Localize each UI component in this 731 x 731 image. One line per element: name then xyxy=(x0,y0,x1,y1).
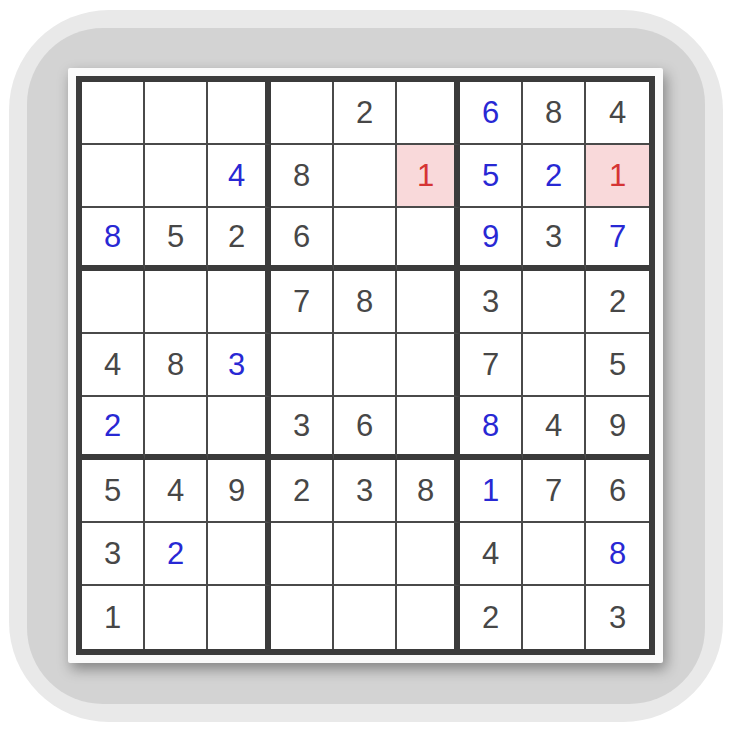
cell-r5c4[interactable] xyxy=(271,334,334,397)
cell-r7c9[interactable]: 6 xyxy=(586,460,649,523)
cell-r4c6[interactable] xyxy=(397,271,460,334)
cell-r4c8[interactable] xyxy=(523,271,586,334)
cell-r1c8[interactable]: 8 xyxy=(523,82,586,145)
cell-r7c1[interactable]: 5 xyxy=(82,460,145,523)
cell-r4c4[interactable]: 7 xyxy=(271,271,334,334)
cell-r9c5[interactable] xyxy=(334,586,397,649)
cell-r1c4[interactable] xyxy=(271,82,334,145)
cell-r5c6[interactable] xyxy=(397,334,460,397)
cell-r7c2[interactable]: 4 xyxy=(145,460,208,523)
cell-r3c2[interactable]: 5 xyxy=(145,208,208,271)
cell-r6c3[interactable] xyxy=(208,397,271,460)
cell-r8c2[interactable]: 2 xyxy=(145,523,208,586)
cell-r2c4[interactable]: 8 xyxy=(271,145,334,208)
cell-r6c8[interactable]: 4 xyxy=(523,397,586,460)
cell-r3c8[interactable]: 3 xyxy=(523,208,586,271)
cell-r3c4[interactable]: 6 xyxy=(271,208,334,271)
cell-r7c4[interactable]: 2 xyxy=(271,460,334,523)
cell-r1c3[interactable] xyxy=(208,82,271,145)
cell-r6c6[interactable] xyxy=(397,397,460,460)
cell-r6c4[interactable]: 3 xyxy=(271,397,334,460)
cell-r6c5[interactable]: 6 xyxy=(334,397,397,460)
cell-r9c3[interactable] xyxy=(208,586,271,649)
cell-r1c9[interactable]: 4 xyxy=(586,82,649,145)
cell-r1c7[interactable]: 6 xyxy=(460,82,523,145)
cell-r7c5[interactable]: 3 xyxy=(334,460,397,523)
cell-r2c7[interactable]: 5 xyxy=(460,145,523,208)
sudoku-grid: 2684481521852693778324837523684954923817… xyxy=(76,76,655,655)
cell-r5c5[interactable] xyxy=(334,334,397,397)
cell-r7c6[interactable]: 8 xyxy=(397,460,460,523)
cell-r4c7[interactable]: 3 xyxy=(460,271,523,334)
cell-r8c1[interactable]: 3 xyxy=(82,523,145,586)
cell-r8c7[interactable]: 4 xyxy=(460,523,523,586)
cell-r5c8[interactable] xyxy=(523,334,586,397)
cell-r1c5[interactable]: 2 xyxy=(334,82,397,145)
cell-r3c6[interactable] xyxy=(397,208,460,271)
cell-r6c9[interactable]: 9 xyxy=(586,397,649,460)
page-background: 2684481521852693778324837523684954923817… xyxy=(0,0,731,731)
cell-r8c6[interactable] xyxy=(397,523,460,586)
cell-r2c2[interactable] xyxy=(145,145,208,208)
cell-r6c2[interactable] xyxy=(145,397,208,460)
cell-r3c5[interactable] xyxy=(334,208,397,271)
cell-r9c8[interactable] xyxy=(523,586,586,649)
cell-r1c2[interactable] xyxy=(145,82,208,145)
cell-r3c1[interactable]: 8 xyxy=(82,208,145,271)
cell-r1c6[interactable] xyxy=(397,82,460,145)
cell-r6c7[interactable]: 8 xyxy=(460,397,523,460)
cell-r5c7[interactable]: 7 xyxy=(460,334,523,397)
cell-r9c1[interactable]: 1 xyxy=(82,586,145,649)
cell-r9c9[interactable]: 3 xyxy=(586,586,649,649)
cell-r2c9[interactable]: 1 xyxy=(586,145,649,208)
cell-r7c8[interactable]: 7 xyxy=(523,460,586,523)
cell-r2c1[interactable] xyxy=(82,145,145,208)
cell-r7c7[interactable]: 1 xyxy=(460,460,523,523)
cell-r2c6[interactable]: 1 xyxy=(397,145,460,208)
cell-r4c1[interactable] xyxy=(82,271,145,334)
cell-r2c3[interactable]: 4 xyxy=(208,145,271,208)
cell-r5c1[interactable]: 4 xyxy=(82,334,145,397)
cell-r9c2[interactable] xyxy=(145,586,208,649)
cell-r2c8[interactable]: 2 xyxy=(523,145,586,208)
cell-r7c3[interactable]: 9 xyxy=(208,460,271,523)
cell-r4c9[interactable]: 2 xyxy=(586,271,649,334)
cell-r4c3[interactable] xyxy=(208,271,271,334)
cell-r9c7[interactable]: 2 xyxy=(460,586,523,649)
cell-r3c7[interactable]: 9 xyxy=(460,208,523,271)
cell-r5c2[interactable]: 8 xyxy=(145,334,208,397)
cell-r1c1[interactable] xyxy=(82,82,145,145)
cell-r3c3[interactable]: 2 xyxy=(208,208,271,271)
cell-r8c8[interactable] xyxy=(523,523,586,586)
cell-r6c1[interactable]: 2 xyxy=(82,397,145,460)
cell-r4c5[interactable]: 8 xyxy=(334,271,397,334)
cell-r8c4[interactable] xyxy=(271,523,334,586)
cell-r8c9[interactable]: 8 xyxy=(586,523,649,586)
cell-r9c6[interactable] xyxy=(397,586,460,649)
cell-r8c3[interactable] xyxy=(208,523,271,586)
board-frame: 2684481521852693778324837523684954923817… xyxy=(68,68,663,663)
cell-r5c9[interactable]: 5 xyxy=(586,334,649,397)
cell-r5c3[interactable]: 3 xyxy=(208,334,271,397)
cell-r2c5[interactable] xyxy=(334,145,397,208)
cell-r4c2[interactable] xyxy=(145,271,208,334)
cell-r3c9[interactable]: 7 xyxy=(586,208,649,271)
cell-r9c4[interactable] xyxy=(271,586,334,649)
cell-r8c5[interactable] xyxy=(334,523,397,586)
